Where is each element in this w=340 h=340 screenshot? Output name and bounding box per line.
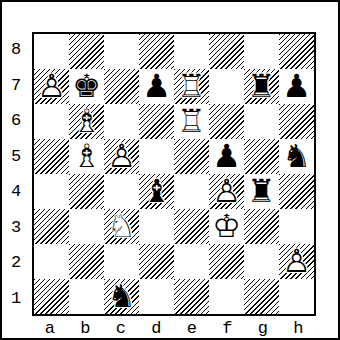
square-e5[interactable] [174,139,209,174]
square-d3[interactable] [139,209,174,244]
square-e1[interactable] [174,279,209,314]
rank-label-6: 6 [2,103,30,139]
square-c7[interactable] [104,69,139,104]
square-g7[interactable]: ♜♜ [244,69,279,104]
white-bishop-b6[interactable]: ♝♗ [69,104,104,139]
white-pawn-c5[interactable]: ♟♙ [104,139,139,174]
file-label-e: e [174,316,210,340]
white-bishop-b5[interactable]: ♝♗ [69,139,104,174]
square-f8[interactable] [209,34,244,69]
square-f4[interactable]: ♟♙ [209,174,244,209]
square-g5[interactable] [244,139,279,174]
square-a6[interactable] [34,104,69,139]
white-pawn-a7[interactable]: ♟♙ [34,69,69,104]
black-rook-g4[interactable]: ♜♜ [244,174,279,209]
chess-board: ♟♙♚♚♟♟♜♖♜♜♟♟♝♗♜♖♝♗♟♙♟♟♞♞♝♝♟♙♜♜♞♘♚♔♟♙♞♞ [32,32,316,316]
black-pawn-icon: ♟ [142,69,171,104]
black-pawn-d7[interactable]: ♟♟ [139,69,174,104]
black-king-icon: ♚ [72,69,101,104]
square-h8[interactable] [279,34,314,69]
square-g4[interactable]: ♜♜ [244,174,279,209]
square-e2[interactable] [174,244,209,279]
white-knight-icon: ♘ [107,209,136,244]
file-label-c: c [103,316,139,340]
file-label-h: h [281,316,317,340]
black-knight-h5[interactable]: ♞♞ [279,139,314,174]
square-b5[interactable]: ♝♗ [69,139,104,174]
square-g1[interactable] [244,279,279,314]
file-label-b: b [68,316,104,340]
black-bishop-d4[interactable]: ♝♝ [139,174,174,209]
square-h2[interactable]: ♟♙ [279,244,314,279]
file-label-d: d [139,316,175,340]
square-c4[interactable] [104,174,139,209]
black-pawn-f5[interactable]: ♟♟ [209,139,244,174]
black-pawn-icon: ♟ [282,69,311,104]
square-h6[interactable] [279,104,314,139]
square-f7[interactable] [209,69,244,104]
white-rook-e6[interactable]: ♜♖ [174,104,209,139]
square-f5[interactable]: ♟♟ [209,139,244,174]
square-g3[interactable] [244,209,279,244]
square-a4[interactable] [34,174,69,209]
white-king-f3[interactable]: ♚♔ [209,209,244,244]
square-d8[interactable] [139,34,174,69]
square-d2[interactable] [139,244,174,279]
square-e8[interactable] [174,34,209,69]
black-knight-icon: ♞ [282,139,311,174]
white-knight-c3[interactable]: ♞♘ [104,209,139,244]
black-rook-icon: ♜ [247,174,276,209]
square-b6[interactable]: ♝♗ [69,104,104,139]
square-h3[interactable] [279,209,314,244]
black-pawn-h7[interactable]: ♟♟ [279,69,314,104]
square-c3[interactable]: ♞♘ [104,209,139,244]
square-f1[interactable] [209,279,244,314]
black-king-b7[interactable]: ♚♚ [69,69,104,104]
square-d4[interactable]: ♝♝ [139,174,174,209]
file-label-g: g [245,316,281,340]
rank-labels: 87654321 [2,32,30,316]
square-a8[interactable] [34,34,69,69]
rank-label-4: 4 [2,174,30,210]
square-c2[interactable] [104,244,139,279]
square-g8[interactable] [244,34,279,69]
square-c8[interactable] [104,34,139,69]
file-labels: abcdefgh [32,316,316,340]
square-f2[interactable] [209,244,244,279]
square-b3[interactable] [69,209,104,244]
black-rook-g7[interactable]: ♜♜ [244,69,279,104]
white-rook-icon: ♖ [177,69,206,104]
square-g6[interactable] [244,104,279,139]
black-rook-icon: ♜ [247,69,276,104]
square-a5[interactable] [34,139,69,174]
square-a7[interactable]: ♟♙ [34,69,69,104]
square-e6[interactable]: ♜♖ [174,104,209,139]
square-e3[interactable] [174,209,209,244]
rank-label-8: 8 [2,32,30,68]
square-d1[interactable] [139,279,174,314]
square-g2[interactable] [244,244,279,279]
black-bishop-icon: ♝ [142,174,171,209]
file-label-a: a [32,316,68,340]
square-b4[interactable] [69,174,104,209]
square-e7[interactable]: ♜♖ [174,69,209,104]
square-b8[interactable] [69,34,104,69]
chess-diagram: 87654321 ♟♙♚♚♟♟♜♖♜♜♟♟♝♗♜♖♝♗♟♙♟♟♞♞♝♝♟♙♜♜♞… [0,0,340,340]
file-label-f: f [210,316,246,340]
square-h7[interactable]: ♟♟ [279,69,314,104]
rank-label-7: 7 [2,68,30,104]
white-pawn-icon: ♙ [107,139,136,174]
square-e4[interactable] [174,174,209,209]
white-rook-icon: ♖ [177,104,206,139]
rank-label-5: 5 [2,139,30,175]
rank-label-2: 2 [2,245,30,281]
square-h5[interactable]: ♞♞ [279,139,314,174]
white-rook-e7[interactable]: ♜♖ [174,69,209,104]
white-pawn-icon: ♙ [37,69,66,104]
square-c5[interactable]: ♟♙ [104,139,139,174]
rank-label-1: 1 [2,281,30,317]
white-king-icon: ♔ [212,209,241,244]
square-d6[interactable] [139,104,174,139]
square-d7[interactable]: ♟♟ [139,69,174,104]
square-b7[interactable]: ♚♚ [69,69,104,104]
square-d5[interactable] [139,139,174,174]
square-f3[interactable]: ♚♔ [209,209,244,244]
square-f6[interactable] [209,104,244,139]
square-h1[interactable] [279,279,314,314]
white-pawn-icon: ♙ [212,174,241,209]
white-bishop-icon: ♗ [72,139,101,174]
square-c1[interactable]: ♞♞ [104,279,139,314]
square-a2[interactable] [34,244,69,279]
rank-label-3: 3 [2,210,30,246]
white-pawn-f4[interactable]: ♟♙ [209,174,244,209]
black-knight-c1[interactable]: ♞♞ [104,279,139,314]
square-a3[interactable] [34,209,69,244]
square-a1[interactable] [34,279,69,314]
square-h4[interactable] [279,174,314,209]
white-pawn-icon: ♙ [282,244,311,279]
square-b1[interactable] [69,279,104,314]
black-pawn-icon: ♟ [212,139,241,174]
black-knight-icon: ♞ [107,279,136,314]
white-bishop-icon: ♗ [72,104,101,139]
square-c6[interactable] [104,104,139,139]
white-pawn-h2[interactable]: ♟♙ [279,244,314,279]
square-b2[interactable] [69,244,104,279]
